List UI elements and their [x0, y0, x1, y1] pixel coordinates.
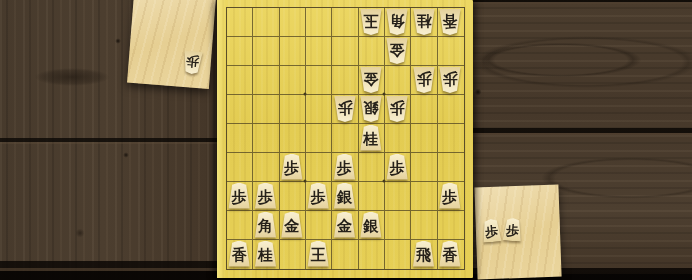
- komadai-gote: [127, 0, 217, 89]
- shogi-piece-knight-sente[interactable]: 桂: [360, 125, 382, 151]
- shogi-piece-lance-gote[interactable]: 香: [439, 9, 461, 35]
- piece-kanji: 歩: [232, 190, 247, 205]
- piece-kanji: 桂: [363, 132, 378, 147]
- star-point: [304, 180, 307, 183]
- board-cell[interactable]: [332, 37, 358, 66]
- piece-kanji: 歩: [390, 100, 405, 115]
- board-cell[interactable]: [280, 182, 306, 211]
- shogi-piece-rook-sente[interactable]: 飛: [413, 241, 435, 267]
- board-cell[interactable]: [411, 153, 437, 182]
- board-cell[interactable]: [253, 37, 279, 66]
- piece-kanji: 王: [311, 248, 326, 263]
- piece-kanji: 歩: [311, 190, 326, 205]
- board-cell[interactable]: [438, 37, 464, 66]
- piece-kanji: 桂: [258, 248, 273, 263]
- board-cell[interactable]: [280, 240, 306, 269]
- shogi-piece-lance-sente[interactable]: 香: [439, 241, 461, 267]
- board-cell[interactable]: [385, 211, 411, 240]
- piece-kanji: 銀: [337, 190, 352, 205]
- board-cell[interactable]: [280, 95, 306, 124]
- board-cell[interactable]: [253, 8, 279, 37]
- star-point: [383, 180, 386, 183]
- piece-kanji: 角: [258, 219, 273, 234]
- board-cell[interactable]: [306, 124, 332, 153]
- board-cell[interactable]: [438, 95, 464, 124]
- board-cell[interactable]: [411, 211, 437, 240]
- board-cell[interactable]: [385, 240, 411, 269]
- piece-kanji: 歩: [258, 190, 273, 205]
- board-cell[interactable]: [385, 182, 411, 211]
- board-cell[interactable]: [359, 153, 385, 182]
- board-cell[interactable]: [332, 124, 358, 153]
- board-cell[interactable]: [227, 66, 253, 95]
- shogi-piece-pawn-gote[interactable]: 歩: [183, 51, 202, 74]
- piece-kanji: 歩: [485, 224, 499, 238]
- board-cell[interactable]: [306, 153, 332, 182]
- board-cell[interactable]: [411, 37, 437, 66]
- board-cell[interactable]: [280, 66, 306, 95]
- board-cell[interactable]: [253, 153, 279, 182]
- piece-kanji: 桂: [416, 13, 431, 28]
- board-cell[interactable]: [411, 124, 437, 153]
- shogi-piece-lance-sente[interactable]: 香: [228, 241, 250, 267]
- board-cell[interactable]: [306, 211, 332, 240]
- board-cell[interactable]: [385, 66, 411, 95]
- shogi-piece-silver-sente[interactable]: 銀: [334, 183, 356, 209]
- board-cell[interactable]: [438, 153, 464, 182]
- piece-kanji: 歩: [337, 161, 352, 176]
- star-point: [383, 93, 386, 96]
- board-cell[interactable]: [438, 124, 464, 153]
- board-cell[interactable]: [332, 8, 358, 37]
- board-cell[interactable]: [411, 182, 437, 211]
- piece-kanji: 玉: [363, 13, 378, 28]
- piece-kanji: 歩: [185, 54, 199, 68]
- piece-kanji: 飛: [416, 248, 431, 263]
- board-cell[interactable]: [253, 124, 279, 153]
- shogi-piece-pawn-sente[interactable]: 歩: [482, 219, 501, 242]
- shogi-piece-gold-sente[interactable]: 金: [334, 212, 356, 238]
- board-cell[interactable]: [359, 240, 385, 269]
- piece-kanji: 金: [337, 219, 352, 234]
- board-cell[interactable]: [227, 124, 253, 153]
- shogi-piece-knight-gote[interactable]: 桂: [413, 9, 435, 35]
- shogi-piece-gold-gote[interactable]: 金: [360, 67, 382, 93]
- piece-kanji: 歩: [337, 100, 352, 115]
- piece-kanji: 香: [232, 248, 247, 263]
- piece-kanji: 歩: [284, 161, 299, 176]
- piece-kanji: 歩: [505, 224, 519, 238]
- shogi-piece-pawn-sente[interactable]: 歩: [386, 154, 408, 180]
- board-cell[interactable]: [306, 8, 332, 37]
- board-cell[interactable]: [227, 37, 253, 66]
- shogi-piece-pawn-gote[interactable]: 歩: [386, 96, 408, 122]
- piece-kanji: 金: [363, 71, 378, 86]
- piece-kanji: 金: [284, 219, 299, 234]
- shogi-piece-gold-sente[interactable]: 金: [281, 212, 303, 238]
- piece-kanji: 歩: [442, 71, 457, 86]
- piece-kanji: 金: [390, 42, 405, 57]
- shogi-piece-pawn-gote[interactable]: 歩: [334, 96, 356, 122]
- piece-kanji: 歩: [442, 190, 457, 205]
- board-cell[interactable]: [411, 95, 437, 124]
- shogi-piece-gold-gote[interactable]: 金: [386, 38, 408, 64]
- board-cell[interactable]: [227, 211, 253, 240]
- piece-kanji: 香: [442, 13, 457, 28]
- shogi-piece-pawn-sente[interactable]: 歩: [307, 183, 329, 209]
- board-cell[interactable]: [332, 240, 358, 269]
- star-point: [304, 93, 307, 96]
- board-cell[interactable]: [306, 37, 332, 66]
- shogi-photo-stage: 玉角桂香金金歩歩歩銀歩桂歩歩歩歩歩歩銀歩角金金銀香桂王飛香歩歩歩: [0, 0, 692, 280]
- piece-kanji: 銀: [363, 219, 378, 234]
- piece-kanji: 香: [442, 248, 457, 263]
- board-cell[interactable]: [332, 66, 358, 95]
- board-cell[interactable]: [280, 124, 306, 153]
- shogi-piece-pawn-gote[interactable]: 歩: [413, 67, 435, 93]
- shogi-piece-silver-sente[interactable]: 銀: [360, 212, 382, 238]
- shogi-piece-pawn-sente[interactable]: 歩: [281, 154, 303, 180]
- piece-kanji: 歩: [416, 71, 431, 86]
- board-cell[interactable]: [359, 37, 385, 66]
- shogi-piece-bishop-gote[interactable]: 角: [386, 9, 408, 35]
- board-cell[interactable]: [359, 182, 385, 211]
- shogi-piece-king-sente[interactable]: 王: [307, 241, 329, 267]
- shogi-piece-silver-gote[interactable]: 銀: [360, 96, 382, 122]
- board-cell[interactable]: [280, 8, 306, 37]
- board-cell[interactable]: [280, 37, 306, 66]
- board-cell[interactable]: [306, 66, 332, 95]
- board-cell[interactable]: [438, 211, 464, 240]
- board-cell[interactable]: [385, 124, 411, 153]
- board-cell[interactable]: [253, 66, 279, 95]
- shogi-piece-pawn-sente[interactable]: 歩: [255, 183, 277, 209]
- shogi-piece-knight-sente[interactable]: 桂: [255, 241, 277, 267]
- board-cell[interactable]: [227, 153, 253, 182]
- shogi-piece-pawn-sente[interactable]: 歩: [503, 218, 522, 241]
- shogi-piece-pawn-sente[interactable]: 歩: [439, 183, 461, 209]
- shogi-piece-pawn-gote[interactable]: 歩: [439, 67, 461, 93]
- shogi-piece-bishop-sente[interactable]: 角: [255, 212, 277, 238]
- board-cell[interactable]: [253, 95, 279, 124]
- board-cell[interactable]: [227, 8, 253, 37]
- shogi-piece-king-gote[interactable]: 玉: [360, 9, 382, 35]
- shogi-piece-pawn-sente[interactable]: 歩: [228, 183, 250, 209]
- piece-kanji: 歩: [390, 161, 405, 176]
- board-cell[interactable]: [306, 95, 332, 124]
- board-cell[interactable]: [227, 95, 253, 124]
- shogi-piece-pawn-sente[interactable]: 歩: [334, 154, 356, 180]
- piece-kanji: 角: [390, 13, 405, 28]
- piece-kanji: 銀: [363, 100, 378, 115]
